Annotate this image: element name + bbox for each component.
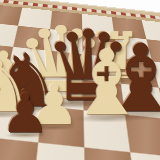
pieces-layer: ♟♞♞♛♛♜♝♝♟♟ xyxy=(0,0,160,160)
black-pawn-b3-piece: ♟ xyxy=(1,87,49,141)
chess-set-photo: ♟♞♞♛♛♜♝♝♟♟ xyxy=(0,0,160,160)
